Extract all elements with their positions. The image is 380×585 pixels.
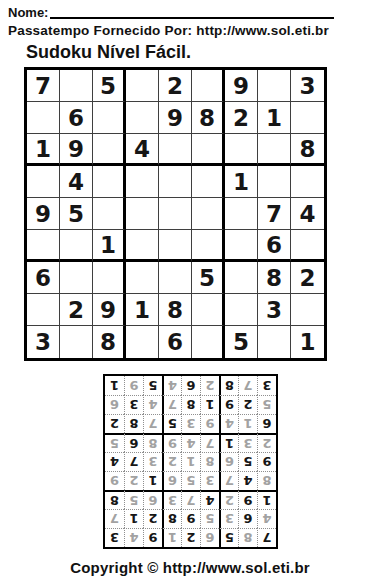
puzzle-given-cell: 1 <box>27 134 60 166</box>
solution-solved-cell: 8 <box>238 528 257 547</box>
puzzle-empty-cell[interactable] <box>126 230 159 262</box>
puzzle-empty-cell[interactable] <box>27 102 60 134</box>
puzzle-given-cell: 6 <box>258 230 291 262</box>
solution-given-cell: 4 <box>238 471 257 490</box>
solution-solved-cell: 7 <box>219 471 238 490</box>
solution-solved-cell: 9 <box>162 433 181 452</box>
solution-given-cell: 2 <box>143 509 162 528</box>
puzzle-given-cell: 8 <box>258 262 291 294</box>
solution-solved-cell: 7 <box>200 433 219 452</box>
solution-given-cell: 9 <box>219 395 238 414</box>
puzzle-given-cell: 5 <box>225 326 258 358</box>
puzzle-empty-cell[interactable] <box>159 166 192 198</box>
solution-given-cell: 5 <box>219 528 238 547</box>
puzzle-empty-cell[interactable] <box>225 198 258 230</box>
solution-solved-cell: 9 <box>124 376 143 395</box>
puzzle-given-cell: 2 <box>225 102 258 134</box>
solution-given-cell: 1 <box>105 376 124 395</box>
provider-line: Passatempo Fornecido Por: http://www.sol… <box>0 20 380 38</box>
solution-solved-cell: 3 <box>219 509 238 528</box>
puzzle-given-cell: 1 <box>258 102 291 134</box>
solution-given-cell: 8 <box>162 509 181 528</box>
solution-given-cell: 6 <box>257 414 276 433</box>
solution-given-cell: 9 <box>143 528 162 547</box>
puzzle-given-cell: 9 <box>27 198 60 230</box>
puzzle-given-cell: 2 <box>291 262 324 294</box>
puzzle-empty-cell[interactable] <box>159 262 192 294</box>
puzzle-empty-cell[interactable] <box>291 230 324 262</box>
solution-solved-cell: 6 <box>143 490 162 509</box>
puzzle-empty-cell[interactable] <box>291 294 324 326</box>
solution-given-cell: 4 <box>200 490 219 509</box>
solution-solved-cell: 7 <box>143 414 162 433</box>
puzzle-given-cell: 3 <box>258 294 291 326</box>
puzzle-empty-cell[interactable] <box>126 102 159 134</box>
sudoku-worksheet-page: Nome: Passatempo Fornecido Por: http://w… <box>0 0 380 585</box>
puzzle-empty-cell[interactable] <box>27 230 60 262</box>
puzzle-given-cell: 8 <box>93 326 126 358</box>
puzzle-empty-cell[interactable] <box>60 230 93 262</box>
solution-solved-cell: 5 <box>257 395 276 414</box>
solution-solved-cell: 3 <box>238 433 257 452</box>
puzzle-empty-cell[interactable] <box>60 326 93 358</box>
solution-solved-cell: 3 <box>143 452 162 471</box>
puzzle-given-cell: 5 <box>93 70 126 102</box>
solution-given-cell: 3 <box>124 395 143 414</box>
solution-given-cell: 8 <box>105 490 124 509</box>
solution-given-cell: 1 <box>143 471 162 490</box>
solution-solved-cell: 7 <box>181 490 200 509</box>
puzzle-empty-cell[interactable] <box>93 166 126 198</box>
puzzle-given-cell: 7 <box>27 70 60 102</box>
puzzle-given-cell: 9 <box>225 70 258 102</box>
puzzle-given-cell: 5 <box>192 262 225 294</box>
solution-solved-cell: 9 <box>105 471 124 490</box>
solution-given-cell: 1 <box>200 395 219 414</box>
solution-solved-cell: 4 <box>181 433 200 452</box>
solution-given-cell: 3 <box>105 528 124 547</box>
puzzle-empty-cell[interactable] <box>225 262 258 294</box>
puzzle-given-cell: 1 <box>291 326 324 358</box>
solution-solved-cell: 1 <box>238 414 257 433</box>
puzzle-given-cell: 8 <box>192 102 225 134</box>
puzzle-given-cell: 6 <box>27 262 60 294</box>
solution-given-cell: 5 <box>238 452 257 471</box>
puzzle-empty-cell[interactable] <box>93 134 126 166</box>
puzzle-given-cell: 3 <box>291 70 324 102</box>
puzzle-given-cell: 7 <box>258 198 291 230</box>
solution-given-cell: 7 <box>124 452 143 471</box>
puzzle-empty-cell[interactable] <box>291 166 324 198</box>
puzzle-empty-cell[interactable] <box>192 326 225 358</box>
puzzle-empty-cell[interactable] <box>192 198 225 230</box>
solution-given-cell: 9 <box>257 452 276 471</box>
solution-given-cell: 6 <box>181 376 200 395</box>
puzzle-empty-cell[interactable] <box>258 326 291 358</box>
puzzle-empty-cell[interactable] <box>225 134 258 166</box>
solution-solved-cell: 9 <box>200 414 219 433</box>
puzzle-given-cell: 5 <box>60 198 93 230</box>
puzzle-empty-cell[interactable] <box>159 230 192 262</box>
puzzle-given-cell: 8 <box>291 134 324 166</box>
solution-solved-cell: 6 <box>219 452 238 471</box>
puzzle-given-cell: 6 <box>60 102 93 134</box>
puzzle-empty-cell[interactable] <box>60 262 93 294</box>
solution-solved-cell: 4 <box>143 395 162 414</box>
solution-given-cell: 3 <box>257 376 276 395</box>
solution-given-cell: 2 <box>105 414 124 433</box>
solution-given-cell: 6 <box>238 509 257 528</box>
solution-given-cell: 8 <box>181 395 200 414</box>
solution-solved-cell: 4 <box>124 528 143 547</box>
puzzle-given-cell: 4 <box>60 166 93 198</box>
solution-solved-cell: 4 <box>219 414 238 433</box>
copyright-text: Copyright © http://www.sol.eti.br <box>0 559 380 576</box>
puzzle-given-cell: 6 <box>159 326 192 358</box>
solution-given-cell: 8 <box>124 414 143 433</box>
puzzle-empty-cell[interactable] <box>192 134 225 166</box>
solution-solved-cell: 5 <box>105 433 124 452</box>
puzzle-empty-cell[interactable] <box>126 70 159 102</box>
solution-solved-cell: 8 <box>200 452 219 471</box>
solution-given-cell: 8 <box>219 376 238 395</box>
sudoku-puzzle-grid: 752936982119484195741665822918338651 <box>24 67 327 361</box>
solution-given-cell: 1 <box>124 509 143 528</box>
solution-given-cell: 9 <box>181 509 200 528</box>
solution-given-cell: 2 <box>238 395 257 414</box>
puzzle-empty-cell[interactable] <box>126 326 159 358</box>
puzzle-given-cell: 8 <box>159 294 192 326</box>
puzzle-empty-cell[interactable] <box>258 134 291 166</box>
puzzle-empty-cell[interactable] <box>159 198 192 230</box>
solution-given-cell: 7 <box>257 528 276 547</box>
name-underline[interactable] <box>50 17 334 19</box>
puzzle-empty-cell[interactable] <box>192 70 225 102</box>
puzzle-given-cell: 1 <box>93 230 126 262</box>
solution-solved-cell: 7 <box>162 395 181 414</box>
puzzle-empty-cell[interactable] <box>192 230 225 262</box>
solution-given-cell: 6 <box>124 433 143 452</box>
solution-given-cell: 5 <box>162 414 181 433</box>
puzzle-given-cell: 4 <box>126 134 159 166</box>
solution-solved-cell: 5 <box>200 509 219 528</box>
puzzle-empty-cell[interactable] <box>291 102 324 134</box>
solution-solved-cell: 2 <box>257 433 276 452</box>
solution-solved-cell: 1 <box>162 528 181 547</box>
solution-solved-cell: 4 <box>257 509 276 528</box>
puzzle-empty-cell[interactable] <box>93 262 126 294</box>
solution-solved-cell: 1 <box>181 452 200 471</box>
puzzle-empty-cell[interactable] <box>159 134 192 166</box>
puzzle-empty-cell[interactable] <box>192 166 225 198</box>
solution-given-cell: 4 <box>105 452 124 471</box>
puzzle-empty-cell[interactable] <box>93 102 126 134</box>
solution-solved-cell: 6 <box>105 395 124 414</box>
solution-given-cell: 9 <box>238 490 257 509</box>
puzzle-empty-cell[interactable] <box>126 166 159 198</box>
puzzle-empty-cell[interactable] <box>126 198 159 230</box>
solution-solved-cell: 7 <box>238 376 257 395</box>
solution-solved-cell: 2 <box>219 490 238 509</box>
puzzle-given-cell: 1 <box>225 166 258 198</box>
name-line: Nome: <box>0 0 380 20</box>
puzzle-given-cell: 9 <box>93 294 126 326</box>
name-label: Nome: <box>8 5 48 20</box>
puzzle-empty-cell[interactable] <box>27 294 60 326</box>
solution-solved-cell: 8 <box>257 471 276 490</box>
solution-solved-cell: 6 <box>200 528 219 547</box>
puzzle-given-cell: 4 <box>291 198 324 230</box>
puzzle-empty-cell[interactable] <box>27 166 60 198</box>
solution-given-cell: 2 <box>181 528 200 547</box>
puzzle-empty-cell[interactable] <box>60 70 93 102</box>
puzzle-given-cell: 1 <box>126 294 159 326</box>
puzzle-given-cell: 9 <box>60 134 93 166</box>
puzzle-empty-cell[interactable] <box>258 166 291 198</box>
solution-solved-cell: 2 <box>200 376 219 395</box>
puzzle-given-cell: 9 <box>159 102 192 134</box>
solution-solved-cell: 4 <box>162 376 181 395</box>
page-title: Sudoku Nível Fácil. <box>26 42 380 63</box>
solution-solved-cell: 7 <box>105 509 124 528</box>
puzzle-empty-cell[interactable] <box>225 294 258 326</box>
solution-solved-cell: 2 <box>162 452 181 471</box>
puzzle-given-cell: 3 <box>27 326 60 358</box>
puzzle-empty-cell[interactable] <box>93 198 126 230</box>
solution-solved-cell: 8 <box>143 433 162 452</box>
sudoku-solution-grid: 7856219434635982171924736588473561299568… <box>103 374 278 549</box>
puzzle-empty-cell[interactable] <box>258 70 291 102</box>
solution-given-cell: 5 <box>143 376 162 395</box>
solution-solved-cell: 3 <box>200 471 219 490</box>
solution-solved-cell: 5 <box>124 490 143 509</box>
puzzle-given-cell: 2 <box>159 70 192 102</box>
solution-solved-cell: 2 <box>124 471 143 490</box>
solution-solved-cell: 6 <box>162 471 181 490</box>
solution-solved-cell: 5 <box>181 471 200 490</box>
puzzle-empty-cell[interactable] <box>225 230 258 262</box>
puzzle-given-cell: 2 <box>60 294 93 326</box>
puzzle-empty-cell[interactable] <box>192 294 225 326</box>
solution-solved-cell: 3 <box>162 490 181 509</box>
puzzle-empty-cell[interactable] <box>126 262 159 294</box>
solution-solved-cell: 3 <box>181 414 200 433</box>
solution-given-cell: 1 <box>257 490 276 509</box>
solution-given-cell: 1 <box>219 433 238 452</box>
